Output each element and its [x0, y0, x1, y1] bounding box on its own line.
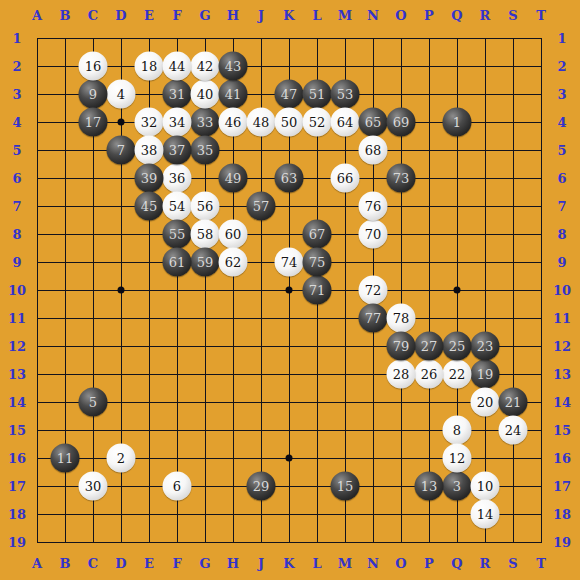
stone-white-64: 64 [331, 108, 360, 137]
stone-black-5: 5 [79, 388, 108, 417]
stone-number: 53 [337, 88, 354, 101]
coord-label-bottom-L: L [312, 556, 321, 571]
stone-number: 41 [225, 88, 242, 101]
stone-black-3: 3 [443, 472, 472, 501]
coord-label-left-2: 2 [12, 59, 21, 74]
coord-label-bottom-M: M [338, 556, 352, 571]
coord-label-left-3: 3 [12, 87, 21, 102]
coord-label-right-2: 2 [557, 59, 566, 74]
go-board[interactable]: AABBCCDDEEFFGGHHJJKKLLMMNNOOPPQQRRSSTT11… [0, 0, 580, 580]
stone-white-22: 22 [443, 360, 472, 389]
coord-label-bottom-O: O [395, 556, 406, 571]
stone-number: 77 [365, 312, 382, 325]
stone-number: 33 [197, 116, 214, 129]
stone-number: 31 [169, 88, 186, 101]
stone-black-9: 9 [79, 80, 108, 109]
stone-white-78: 78 [387, 304, 416, 333]
stone-white-8: 8 [443, 416, 472, 445]
coord-label-right-10: 10 [553, 283, 571, 298]
stone-number: 5 [89, 396, 97, 409]
coord-label-bottom-Q: Q [451, 556, 462, 571]
coord-label-right-1: 1 [557, 31, 566, 46]
stone-number: 64 [337, 116, 354, 129]
stone-number: 15 [337, 480, 354, 493]
stone-number: 4 [117, 88, 125, 101]
coord-label-bottom-C: C [88, 556, 98, 571]
stone-number: 35 [197, 144, 214, 157]
stone-number: 19 [477, 368, 494, 381]
coord-label-right-14: 14 [553, 395, 571, 410]
stone-number: 69 [393, 116, 410, 129]
coord-label-left-14: 14 [8, 395, 26, 410]
coord-label-left-1: 1 [12, 31, 21, 46]
coord-label-left-8: 8 [12, 227, 21, 242]
stone-black-43: 43 [219, 52, 248, 81]
stone-black-15: 15 [331, 472, 360, 501]
stone-number: 14 [477, 508, 494, 521]
coord-label-bottom-D: D [115, 556, 126, 571]
stone-number: 44 [169, 60, 186, 73]
coord-label-top-F: F [172, 8, 181, 23]
stone-number: 22 [449, 368, 466, 381]
coord-label-top-A: A [32, 8, 42, 23]
stone-white-24: 24 [499, 416, 528, 445]
stone-number: 6 [173, 480, 181, 493]
stone-number: 73 [393, 172, 410, 185]
coord-label-right-5: 5 [557, 143, 566, 158]
stone-black-63: 63 [275, 164, 304, 193]
stone-number: 70 [365, 228, 382, 241]
stone-number: 21 [505, 396, 522, 409]
coord-label-top-T: T [536, 8, 546, 23]
coord-label-bottom-J: J [258, 556, 264, 571]
coord-label-top-C: C [88, 8, 98, 23]
stone-number: 38 [141, 144, 158, 157]
coord-label-top-R: R [480, 8, 491, 23]
coord-label-top-L: L [312, 8, 321, 23]
coord-label-top-J: J [258, 8, 264, 23]
stone-black-75: 75 [303, 248, 332, 277]
coord-label-top-P: P [424, 8, 434, 23]
stone-white-20: 20 [471, 388, 500, 417]
stone-black-23: 23 [471, 332, 500, 361]
coord-label-right-6: 6 [557, 171, 566, 186]
stone-number: 29 [253, 480, 270, 493]
stone-black-33: 33 [191, 108, 220, 137]
stone-number: 46 [225, 116, 242, 129]
grid-line-horizontal [37, 318, 542, 319]
stone-white-56: 56 [191, 192, 220, 221]
stone-black-27: 27 [415, 332, 444, 361]
stone-number: 48 [253, 116, 270, 129]
coord-label-top-B: B [60, 8, 71, 23]
stone-black-51: 51 [303, 80, 332, 109]
stone-black-7: 7 [107, 136, 136, 165]
stone-black-37: 37 [163, 136, 192, 165]
coord-label-bottom-N: N [367, 556, 379, 571]
stone-white-48: 48 [247, 108, 276, 137]
coord-label-right-18: 18 [553, 507, 571, 522]
stone-black-49: 49 [219, 164, 248, 193]
stone-number: 65 [365, 116, 382, 129]
stone-white-40: 40 [191, 80, 220, 109]
stone-black-55: 55 [163, 220, 192, 249]
stone-number: 59 [197, 256, 214, 269]
stone-number: 9 [89, 88, 97, 101]
stone-white-36: 36 [163, 164, 192, 193]
stone-black-1: 1 [443, 108, 472, 137]
stone-number: 78 [393, 312, 410, 325]
stone-number: 17 [85, 116, 102, 129]
stone-white-34: 34 [163, 108, 192, 137]
stone-number: 12 [449, 452, 466, 465]
coord-label-top-O: O [395, 8, 406, 23]
stone-white-28: 28 [387, 360, 416, 389]
stone-black-35: 35 [191, 136, 220, 165]
coord-label-bottom-B: B [60, 556, 71, 571]
stone-number: 66 [337, 172, 354, 185]
stone-number: 28 [393, 368, 410, 381]
grid-line-horizontal [37, 402, 542, 403]
coord-label-bottom-F: F [172, 556, 181, 571]
stone-white-42: 42 [191, 52, 220, 81]
stone-white-58: 58 [191, 220, 220, 249]
stone-number: 3 [453, 480, 461, 493]
stone-number: 49 [225, 172, 242, 185]
stone-number: 57 [253, 200, 270, 213]
stone-black-39: 39 [135, 164, 164, 193]
coord-label-left-10: 10 [8, 283, 26, 298]
coord-label-left-6: 6 [12, 171, 21, 186]
grid-line-horizontal [37, 514, 542, 515]
stone-white-10: 10 [471, 472, 500, 501]
coord-label-top-K: K [283, 8, 294, 23]
stone-number: 67 [309, 228, 326, 241]
stone-number: 40 [197, 88, 214, 101]
stone-white-62: 62 [219, 248, 248, 277]
stone-black-21: 21 [499, 388, 528, 417]
coord-label-right-17: 17 [553, 479, 571, 494]
coord-label-right-4: 4 [557, 115, 566, 130]
coord-label-bottom-S: S [508, 556, 517, 571]
coord-label-left-9: 9 [12, 255, 21, 270]
coord-label-right-16: 16 [553, 451, 571, 466]
coord-label-left-19: 19 [8, 535, 26, 550]
stone-white-76: 76 [359, 192, 388, 221]
stone-black-25: 25 [443, 332, 472, 361]
stone-number: 39 [141, 172, 158, 185]
stone-number: 74 [281, 256, 298, 269]
stone-number: 58 [197, 228, 214, 241]
coord-label-left-4: 4 [12, 115, 21, 130]
stone-number: 2 [117, 452, 125, 465]
stone-number: 25 [449, 340, 466, 353]
grid-line-vertical [513, 38, 514, 543]
stone-number: 56 [197, 200, 214, 213]
stone-white-6: 6 [163, 472, 192, 501]
coord-label-left-11: 11 [8, 311, 26, 326]
grid-line-vertical [429, 38, 430, 543]
stone-black-11: 11 [51, 444, 80, 473]
stone-number: 1 [453, 116, 461, 129]
coord-label-left-18: 18 [8, 507, 26, 522]
coord-label-right-19: 19 [553, 535, 571, 550]
stone-number: 32 [141, 116, 158, 129]
stone-number: 61 [169, 256, 186, 269]
stone-white-32: 32 [135, 108, 164, 137]
coord-label-bottom-H: H [227, 556, 239, 571]
coord-label-top-Q: Q [451, 8, 462, 23]
stone-black-53: 53 [331, 80, 360, 109]
stone-black-17: 17 [79, 108, 108, 137]
stone-white-4: 4 [107, 80, 136, 109]
stone-white-54: 54 [163, 192, 192, 221]
stone-number: 62 [225, 256, 242, 269]
stone-white-18: 18 [135, 52, 164, 81]
coord-label-bottom-A: A [32, 556, 42, 571]
coord-label-left-16: 16 [8, 451, 26, 466]
coord-label-bottom-E: E [144, 556, 154, 571]
stone-white-46: 46 [219, 108, 248, 137]
stone-number: 76 [365, 200, 382, 213]
coord-label-left-5: 5 [12, 143, 21, 158]
stone-number: 55 [169, 228, 186, 241]
coord-label-right-8: 8 [557, 227, 566, 242]
stone-white-70: 70 [359, 220, 388, 249]
stone-white-38: 38 [135, 136, 164, 165]
stone-number: 10 [477, 480, 494, 493]
stone-number: 75 [309, 256, 326, 269]
stone-white-16: 16 [79, 52, 108, 81]
stone-number: 47 [281, 88, 298, 101]
stone-number: 63 [281, 172, 298, 185]
coord-label-right-15: 15 [553, 423, 571, 438]
stone-white-68: 68 [359, 136, 388, 165]
coord-label-right-3: 3 [557, 87, 566, 102]
stone-white-2: 2 [107, 444, 136, 473]
coord-label-left-15: 15 [8, 423, 26, 438]
stone-black-29: 29 [247, 472, 276, 501]
stone-number: 23 [477, 340, 494, 353]
coord-label-top-M: M [338, 8, 352, 23]
coord-label-bottom-R: R [480, 556, 491, 571]
coord-label-bottom-G: G [199, 556, 210, 571]
stone-number: 8 [453, 424, 461, 437]
stone-number: 13 [421, 480, 438, 493]
stone-number: 60 [225, 228, 242, 241]
stone-white-26: 26 [415, 360, 444, 389]
coord-label-top-E: E [144, 8, 154, 23]
star-point-K10 [286, 287, 293, 294]
stone-number: 54 [169, 200, 186, 213]
stone-number: 26 [421, 368, 438, 381]
stone-black-79: 79 [387, 332, 416, 361]
stone-black-57: 57 [247, 192, 276, 221]
stone-white-30: 30 [79, 472, 108, 501]
stone-number: 30 [85, 480, 102, 493]
stone-white-50: 50 [275, 108, 304, 137]
stone-number: 18 [141, 60, 158, 73]
stone-number: 79 [393, 340, 410, 353]
stone-black-61: 61 [163, 248, 192, 277]
coord-label-right-13: 13 [553, 367, 571, 382]
stone-number: 43 [225, 60, 242, 73]
stone-white-14: 14 [471, 500, 500, 529]
coord-label-left-17: 17 [8, 479, 26, 494]
stone-number: 27 [421, 340, 438, 353]
stone-black-71: 71 [303, 276, 332, 305]
stone-white-12: 12 [443, 444, 472, 473]
stone-number: 20 [477, 396, 494, 409]
coord-label-top-D: D [115, 8, 126, 23]
coord-label-bottom-K: K [283, 556, 294, 571]
stone-black-19: 19 [471, 360, 500, 389]
star-point-K16 [286, 455, 293, 462]
stone-white-60: 60 [219, 220, 248, 249]
stone-white-72: 72 [359, 276, 388, 305]
stone-black-31: 31 [163, 80, 192, 109]
coord-label-left-12: 12 [8, 339, 26, 354]
stone-white-74: 74 [275, 248, 304, 277]
stone-number: 71 [309, 284, 326, 297]
star-point-D4 [118, 119, 125, 126]
coord-label-left-13: 13 [8, 367, 26, 382]
coord-label-top-H: H [227, 8, 239, 23]
stone-number: 36 [169, 172, 186, 185]
coord-label-top-S: S [508, 8, 517, 23]
stone-black-41: 41 [219, 80, 248, 109]
stone-white-44: 44 [163, 52, 192, 81]
grid-line-vertical [485, 38, 486, 543]
coord-label-right-7: 7 [557, 199, 566, 214]
stone-number: 68 [365, 144, 382, 157]
stone-number: 72 [365, 284, 382, 297]
grid-line-vertical [541, 38, 542, 543]
stone-number: 45 [141, 200, 158, 213]
stone-number: 7 [117, 144, 125, 157]
coord-label-bottom-P: P [424, 556, 434, 571]
stone-black-77: 77 [359, 304, 388, 333]
stone-black-47: 47 [275, 80, 304, 109]
grid-line-horizontal [37, 542, 542, 543]
coord-label-left-7: 7 [12, 199, 21, 214]
stone-number: 24 [505, 424, 522, 437]
stone-black-59: 59 [191, 248, 220, 277]
coord-label-top-N: N [367, 8, 379, 23]
stone-black-73: 73 [387, 164, 416, 193]
stone-white-52: 52 [303, 108, 332, 137]
stone-number: 42 [197, 60, 214, 73]
stone-number: 52 [309, 116, 326, 129]
stone-white-66: 66 [331, 164, 360, 193]
star-point-D10 [118, 287, 125, 294]
stone-number: 11 [57, 452, 74, 465]
coord-label-right-9: 9 [557, 255, 566, 270]
coord-label-top-G: G [199, 8, 210, 23]
coord-label-bottom-T: T [536, 556, 546, 571]
stone-number: 37 [169, 144, 186, 157]
coord-label-right-12: 12 [553, 339, 571, 354]
stone-black-45: 45 [135, 192, 164, 221]
stone-number: 50 [281, 116, 298, 129]
stone-black-67: 67 [303, 220, 332, 249]
coord-label-right-11: 11 [553, 311, 571, 326]
stone-number: 16 [85, 60, 102, 73]
stone-number: 51 [309, 88, 326, 101]
star-point-Q10 [454, 287, 461, 294]
stone-number: 34 [169, 116, 186, 129]
stone-black-69: 69 [387, 108, 416, 137]
stone-black-65: 65 [359, 108, 388, 137]
stone-black-13: 13 [415, 472, 444, 501]
